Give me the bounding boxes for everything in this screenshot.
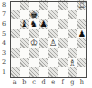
piece-white-k-c4[interactable]: ♔ [30,38,38,48]
file-label-b: b [20,77,30,87]
square-c4[interactable]: ♔ [29,38,39,48]
chess-diagram: 8♖7♚6♝♞♟5♟4♔♙32♗1abcdefgh [0,0,92,88]
square-d1[interactable] [39,67,49,77]
piece-black-b-b6[interactable]: ♝ [20,19,28,29]
rank-label-7: 7 [0,10,10,20]
square-c1[interactable] [29,67,39,77]
square-f7[interactable] [58,10,68,20]
rank-label-3: 3 [0,48,10,58]
square-g4[interactable] [68,38,78,48]
square-a7[interactable] [10,10,20,20]
square-a1[interactable] [10,67,20,77]
square-e1[interactable] [48,67,58,77]
square-g6[interactable] [68,19,78,29]
file-label-d: d [39,77,49,87]
file-label-h: h [77,77,87,87]
square-f6[interactable] [58,19,68,29]
square-e2[interactable] [48,58,58,68]
piece-white-p-e4[interactable]: ♙ [49,38,57,48]
square-b4[interactable] [20,38,30,48]
rank-label-4: 4 [0,38,10,48]
rank-label-1: 1 [0,67,10,77]
square-e6[interactable] [48,19,58,29]
chess-board: 8♖7♚6♝♞♟5♟4♔♙32♗1abcdefgh [0,0,87,87]
piece-black-p-h5[interactable]: ♟ [78,29,86,39]
square-c2[interactable] [29,58,39,68]
square-a5[interactable] [10,29,20,39]
square-c3[interactable] [29,48,39,58]
square-b3[interactable] [20,48,30,58]
square-b8[interactable] [20,0,30,10]
square-h1[interactable] [77,67,87,77]
piece-black-p-d6[interactable]: ♟ [39,19,47,29]
square-g3[interactable] [68,48,78,58]
file-label-e: e [48,77,58,87]
square-h3[interactable] [77,48,87,58]
square-e5[interactable] [48,29,58,39]
square-d5[interactable] [39,29,49,39]
piece-white-r-h8[interactable]: ♖ [78,0,86,10]
corner-spacer [0,77,10,87]
square-b1[interactable] [20,67,30,77]
square-h5[interactable]: ♟ [77,29,87,39]
rank-label-2: 2 [0,58,10,68]
square-f5[interactable] [58,29,68,39]
square-d2[interactable] [39,58,49,68]
piece-black-k-c7[interactable]: ♚ [30,10,38,20]
square-h7[interactable] [77,10,87,20]
square-g2[interactable]: ♗ [68,58,78,68]
square-a4[interactable] [10,38,20,48]
square-c8[interactable] [29,0,39,10]
square-h6[interactable] [77,19,87,29]
square-h8[interactable]: ♖ [77,0,87,10]
square-g7[interactable] [68,10,78,20]
square-g1[interactable] [68,67,78,77]
square-f8[interactable] [58,0,68,10]
square-f2[interactable] [58,58,68,68]
square-d4[interactable] [39,38,49,48]
square-b2[interactable] [20,58,30,68]
file-label-g: g [68,77,78,87]
square-c7[interactable]: ♚ [29,10,39,20]
rank-label-5: 5 [0,29,10,39]
file-label-a: a [10,77,20,87]
square-f4[interactable] [58,38,68,48]
square-e3[interactable] [48,48,58,58]
square-d3[interactable] [39,48,49,58]
square-g5[interactable] [68,29,78,39]
square-b7[interactable] [20,10,30,20]
square-e7[interactable] [48,10,58,20]
piece-white-b-g2[interactable]: ♗ [68,58,76,68]
square-c5[interactable] [29,29,39,39]
square-d8[interactable] [39,0,49,10]
rank-label-6: 6 [0,19,10,29]
piece-black-n-c6[interactable]: ♞ [30,19,38,29]
square-a2[interactable] [10,58,20,68]
square-h4[interactable] [77,38,87,48]
rank-label-8: 8 [0,0,10,10]
square-g8[interactable] [68,0,78,10]
square-h2[interactable] [77,58,87,68]
square-b5[interactable] [20,29,30,39]
file-label-f: f [58,77,68,87]
file-label-c: c [29,77,39,87]
square-d6[interactable]: ♟ [39,19,49,29]
square-d7[interactable] [39,10,49,20]
square-a8[interactable] [10,0,20,10]
square-f3[interactable] [58,48,68,58]
square-a3[interactable] [10,48,20,58]
square-e8[interactable] [48,0,58,10]
square-e4[interactable]: ♙ [48,38,58,48]
square-b6[interactable]: ♝ [20,19,30,29]
square-c6[interactable]: ♞ [29,19,39,29]
square-f1[interactable] [58,67,68,77]
square-a6[interactable] [10,19,20,29]
